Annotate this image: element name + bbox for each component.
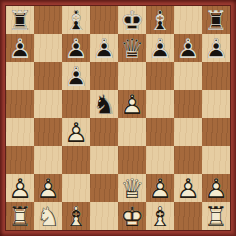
square-d6[interactable] [90, 62, 118, 90]
piece-outline-glyph: ♙ [62, 118, 90, 146]
square-a4[interactable] [6, 118, 34, 146]
square-c1[interactable]: ♝♗ [62, 202, 90, 230]
piece-outline-glyph: ♔ [118, 6, 146, 34]
square-a6[interactable] [6, 62, 34, 90]
square-c3[interactable] [62, 146, 90, 174]
piece-outline-glyph: ♙ [146, 174, 174, 202]
square-c2[interactable] [62, 174, 90, 202]
square-a3[interactable] [6, 146, 34, 174]
square-f1[interactable]: ♝♗ [146, 202, 174, 230]
piece-black-pawn[interactable]: ♟♙ [90, 34, 118, 62]
board-frame: ♜♖♝♗♚♔♝♗♜♖♟♙♟♙♟♙♛♕♟♙♟♙♟♙♟♙♞♘♟♙♟♙♟♙♟♙♛♕♟♙… [0, 0, 236, 236]
square-c8[interactable]: ♝♗ [62, 6, 90, 34]
square-h4[interactable] [202, 118, 230, 146]
square-e5[interactable]: ♟♙ [118, 90, 146, 118]
piece-black-pawn[interactable]: ♟♙ [146, 34, 174, 62]
square-e4[interactable] [118, 118, 146, 146]
square-f6[interactable] [146, 62, 174, 90]
piece-outline-glyph: ♙ [202, 34, 230, 62]
piece-white-bishop[interactable]: ♝♗ [62, 202, 90, 230]
piece-white-pawn[interactable]: ♟♙ [202, 174, 230, 202]
piece-outline-glyph: ♖ [202, 202, 230, 230]
piece-white-pawn[interactable]: ♟♙ [62, 118, 90, 146]
square-f8[interactable]: ♝♗ [146, 6, 174, 34]
square-d8[interactable] [90, 6, 118, 34]
square-b5[interactable] [34, 90, 62, 118]
square-f4[interactable] [146, 118, 174, 146]
square-f2[interactable]: ♟♙ [146, 174, 174, 202]
square-g5[interactable] [174, 90, 202, 118]
square-c7[interactable]: ♟♙ [62, 34, 90, 62]
piece-outline-glyph: ♖ [6, 6, 34, 34]
piece-black-pawn[interactable]: ♟♙ [62, 34, 90, 62]
square-e8[interactable]: ♚♔ [118, 6, 146, 34]
square-d2[interactable] [90, 174, 118, 202]
piece-outline-glyph: ♕ [118, 174, 146, 202]
piece-outline-glyph: ♘ [34, 202, 62, 230]
piece-outline-glyph: ♗ [146, 6, 174, 34]
square-a8[interactable]: ♜♖ [6, 6, 34, 34]
piece-outline-glyph: ♙ [118, 90, 146, 118]
square-b8[interactable] [34, 6, 62, 34]
piece-white-pawn[interactable]: ♟♙ [146, 174, 174, 202]
piece-white-pawn[interactable]: ♟♙ [34, 174, 62, 202]
piece-black-rook[interactable]: ♜♖ [202, 6, 230, 34]
square-g7[interactable]: ♟♙ [174, 34, 202, 62]
piece-outline-glyph: ♙ [146, 34, 174, 62]
piece-outline-glyph: ♖ [202, 6, 230, 34]
piece-black-knight[interactable]: ♞♘ [90, 90, 118, 118]
square-d1[interactable] [90, 202, 118, 230]
square-e2[interactable]: ♛♕ [118, 174, 146, 202]
piece-outline-glyph: ♗ [62, 202, 90, 230]
square-b2[interactable]: ♟♙ [34, 174, 62, 202]
piece-white-pawn[interactable]: ♟♙ [118, 90, 146, 118]
square-b4[interactable] [34, 118, 62, 146]
piece-outline-glyph: ♙ [202, 174, 230, 202]
square-g2[interactable]: ♟♙ [174, 174, 202, 202]
square-h1[interactable]: ♜♖ [202, 202, 230, 230]
square-b7[interactable] [34, 34, 62, 62]
square-h3[interactable] [202, 146, 230, 174]
square-a7[interactable]: ♟♙ [6, 34, 34, 62]
piece-black-king[interactable]: ♚♔ [118, 6, 146, 34]
piece-outline-glyph: ♙ [6, 34, 34, 62]
square-b1[interactable]: ♞♘ [34, 202, 62, 230]
square-g4[interactable] [174, 118, 202, 146]
square-c6[interactable]: ♟♙ [62, 62, 90, 90]
square-b3[interactable] [34, 146, 62, 174]
piece-outline-glyph: ♕ [118, 34, 146, 62]
piece-white-pawn[interactable]: ♟♙ [6, 174, 34, 202]
square-h2[interactable]: ♟♙ [202, 174, 230, 202]
piece-outline-glyph: ♔ [118, 202, 146, 230]
square-e7[interactable]: ♛♕ [118, 34, 146, 62]
square-f7[interactable]: ♟♙ [146, 34, 174, 62]
square-b6[interactable] [34, 62, 62, 90]
square-g6[interactable] [174, 62, 202, 90]
piece-white-pawn[interactable]: ♟♙ [174, 174, 202, 202]
piece-white-queen[interactable]: ♛♕ [118, 174, 146, 202]
square-f3[interactable] [146, 146, 174, 174]
piece-outline-glyph: ♙ [174, 34, 202, 62]
square-g3[interactable] [174, 146, 202, 174]
piece-outline-glyph: ♙ [62, 62, 90, 90]
piece-white-rook[interactable]: ♜♖ [6, 202, 34, 230]
piece-black-bishop[interactable]: ♝♗ [146, 6, 174, 34]
piece-outline-glyph: ♘ [90, 90, 118, 118]
square-g1[interactable] [174, 202, 202, 230]
piece-outline-glyph: ♙ [90, 34, 118, 62]
square-d7[interactable]: ♟♙ [90, 34, 118, 62]
square-d4[interactable] [90, 118, 118, 146]
square-h8[interactable]: ♜♖ [202, 6, 230, 34]
piece-black-pawn[interactable]: ♟♙ [202, 34, 230, 62]
square-c5[interactable] [62, 90, 90, 118]
piece-black-rook[interactable]: ♜♖ [6, 6, 34, 34]
square-d5[interactable]: ♞♘ [90, 90, 118, 118]
piece-outline-glyph: ♗ [62, 6, 90, 34]
square-h5[interactable] [202, 90, 230, 118]
piece-outline-glyph: ♗ [146, 202, 174, 230]
square-g8[interactable] [174, 6, 202, 34]
square-d3[interactable] [90, 146, 118, 174]
piece-outline-glyph: ♙ [174, 174, 202, 202]
square-a2[interactable]: ♟♙ [6, 174, 34, 202]
square-h7[interactable]: ♟♙ [202, 34, 230, 62]
chess-board: ♜♖♝♗♚♔♝♗♜♖♟♙♟♙♟♙♛♕♟♙♟♙♟♙♟♙♞♘♟♙♟♙♟♙♟♙♛♕♟♙… [6, 6, 230, 230]
square-c4[interactable]: ♟♙ [62, 118, 90, 146]
square-a5[interactable] [6, 90, 34, 118]
square-f5[interactable] [146, 90, 174, 118]
piece-white-knight[interactable]: ♞♘ [34, 202, 62, 230]
square-h6[interactable] [202, 62, 230, 90]
piece-black-queen[interactable]: ♛♕ [118, 34, 146, 62]
piece-outline-glyph: ♙ [6, 174, 34, 202]
piece-outline-glyph: ♙ [34, 174, 62, 202]
square-e1[interactable]: ♚♔ [118, 202, 146, 230]
piece-black-pawn[interactable]: ♟♙ [6, 34, 34, 62]
piece-black-pawn[interactable]: ♟♙ [174, 34, 202, 62]
square-a1[interactable]: ♜♖ [6, 202, 34, 230]
piece-white-rook[interactable]: ♜♖ [202, 202, 230, 230]
piece-black-bishop[interactable]: ♝♗ [62, 6, 90, 34]
piece-white-king[interactable]: ♚♔ [118, 202, 146, 230]
piece-outline-glyph: ♙ [62, 34, 90, 62]
piece-black-pawn[interactable]: ♟♙ [62, 62, 90, 90]
piece-white-bishop[interactable]: ♝♗ [146, 202, 174, 230]
square-e6[interactable] [118, 62, 146, 90]
square-e3[interactable] [118, 146, 146, 174]
piece-outline-glyph: ♖ [6, 202, 34, 230]
